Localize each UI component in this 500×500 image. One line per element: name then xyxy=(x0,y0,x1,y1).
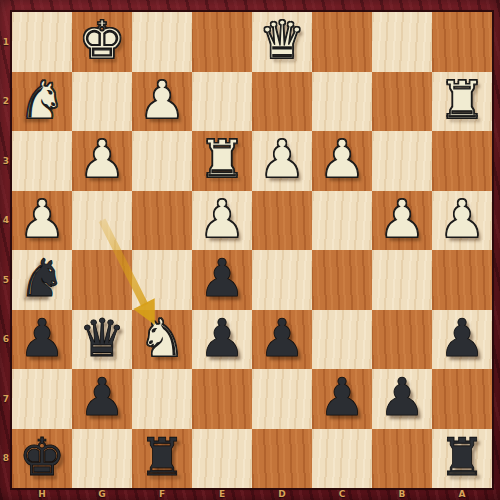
square-h2[interactable]: ♞ xyxy=(12,72,72,132)
square-e1[interactable] xyxy=(192,12,252,72)
piece-white-pawn[interactable]: ♟ xyxy=(132,72,192,132)
file-label-f: F xyxy=(132,488,192,500)
square-a6[interactable]: ♟ xyxy=(432,310,492,370)
square-a4[interactable]: ♟ xyxy=(432,191,492,251)
square-b8[interactable] xyxy=(372,429,432,489)
piece-white-pawn[interactable]: ♟ xyxy=(252,131,312,191)
square-c4[interactable] xyxy=(312,191,372,251)
square-g5[interactable] xyxy=(72,250,132,310)
square-b2[interactable] xyxy=(372,72,432,132)
square-d7[interactable] xyxy=(252,369,312,429)
piece-black-pawn[interactable]: ♟ xyxy=(252,310,312,370)
chess-board: ♚♛♞♟♜♟♜♟♟♟♟♟♟♞♟♟♛♞♟♟♟♟♟♟♚♜♜ xyxy=(12,12,492,488)
file-label-c: C xyxy=(312,488,372,500)
file-label-d: D xyxy=(252,488,312,500)
rank-label-3: 3 xyxy=(0,131,12,191)
piece-white-pawn[interactable]: ♟ xyxy=(192,191,252,251)
piece-white-pawn[interactable]: ♟ xyxy=(12,191,72,251)
square-g3[interactable]: ♟ xyxy=(72,131,132,191)
square-f1[interactable] xyxy=(132,12,192,72)
square-e2[interactable] xyxy=(192,72,252,132)
piece-black-pawn[interactable]: ♟ xyxy=(312,369,372,429)
square-d3[interactable]: ♟ xyxy=(252,131,312,191)
file-label-a: A xyxy=(432,488,492,500)
piece-black-king[interactable]: ♚ xyxy=(12,429,72,489)
piece-white-pawn[interactable]: ♟ xyxy=(72,131,132,191)
square-f4[interactable] xyxy=(132,191,192,251)
square-c5[interactable] xyxy=(312,250,372,310)
rank-label-1: 1 xyxy=(0,12,12,72)
rank-label-5: 5 xyxy=(0,250,12,310)
piece-black-pawn[interactable]: ♟ xyxy=(432,310,492,370)
piece-white-knight[interactable]: ♞ xyxy=(132,310,192,370)
square-b5[interactable] xyxy=(372,250,432,310)
square-e5[interactable]: ♟ xyxy=(192,250,252,310)
piece-black-pawn[interactable]: ♟ xyxy=(72,369,132,429)
square-a2[interactable]: ♜ xyxy=(432,72,492,132)
square-b3[interactable] xyxy=(372,131,432,191)
piece-white-pawn[interactable]: ♟ xyxy=(432,191,492,251)
square-b7[interactable]: ♟ xyxy=(372,369,432,429)
square-d6[interactable]: ♟ xyxy=(252,310,312,370)
square-c1[interactable] xyxy=(312,12,372,72)
square-g6[interactable]: ♛ xyxy=(72,310,132,370)
square-e4[interactable]: ♟ xyxy=(192,191,252,251)
piece-white-king[interactable]: ♚ xyxy=(72,12,132,72)
piece-white-rook[interactable]: ♜ xyxy=(192,131,252,191)
piece-black-pawn[interactable]: ♟ xyxy=(12,310,72,370)
piece-black-pawn[interactable]: ♟ xyxy=(372,369,432,429)
square-a1[interactable] xyxy=(432,12,492,72)
square-b1[interactable] xyxy=(372,12,432,72)
piece-black-rook[interactable]: ♜ xyxy=(432,429,492,489)
square-f6[interactable]: ♞ xyxy=(132,310,192,370)
square-h4[interactable]: ♟ xyxy=(12,191,72,251)
file-label-b: B xyxy=(372,488,432,500)
square-c6[interactable] xyxy=(312,310,372,370)
square-g8[interactable] xyxy=(72,429,132,489)
square-h1[interactable] xyxy=(12,12,72,72)
square-a7[interactable] xyxy=(432,369,492,429)
square-f3[interactable] xyxy=(132,131,192,191)
square-g7[interactable]: ♟ xyxy=(72,369,132,429)
square-c2[interactable] xyxy=(312,72,372,132)
piece-white-knight[interactable]: ♞ xyxy=(12,72,72,132)
square-g1[interactable]: ♚ xyxy=(72,12,132,72)
square-a5[interactable] xyxy=(432,250,492,310)
square-c3[interactable]: ♟ xyxy=(312,131,372,191)
piece-white-queen[interactable]: ♛ xyxy=(252,12,312,72)
piece-black-knight[interactable]: ♞ xyxy=(12,250,72,310)
rank-label-6: 6 xyxy=(0,310,12,370)
square-e6[interactable]: ♟ xyxy=(192,310,252,370)
square-d4[interactable] xyxy=(252,191,312,251)
square-f7[interactable] xyxy=(132,369,192,429)
square-h7[interactable] xyxy=(12,369,72,429)
file-label-h: H xyxy=(12,488,72,500)
piece-black-pawn[interactable]: ♟ xyxy=(192,310,252,370)
square-d2[interactable] xyxy=(252,72,312,132)
square-g4[interactable] xyxy=(72,191,132,251)
square-b6[interactable] xyxy=(372,310,432,370)
square-a8[interactable]: ♜ xyxy=(432,429,492,489)
square-f8[interactable]: ♜ xyxy=(132,429,192,489)
square-h5[interactable]: ♞ xyxy=(12,250,72,310)
rank-label-7: 7 xyxy=(0,369,12,429)
square-e3[interactable]: ♜ xyxy=(192,131,252,191)
square-c8[interactable] xyxy=(312,429,372,489)
file-label-e: E xyxy=(192,488,252,500)
piece-black-rook[interactable]: ♜ xyxy=(132,429,192,489)
square-f5[interactable] xyxy=(132,250,192,310)
square-h3[interactable] xyxy=(12,131,72,191)
chess-board-frame: ♚♛♞♟♜♟♜♟♟♟♟♟♟♞♟♟♛♞♟♟♟♟♟♟♚♜♜ 12345678 HGF… xyxy=(0,0,500,500)
file-label-g: G xyxy=(72,488,132,500)
square-h6[interactable]: ♟ xyxy=(12,310,72,370)
square-g2[interactable] xyxy=(72,72,132,132)
rank-label-8: 8 xyxy=(0,429,12,489)
rank-label-2: 2 xyxy=(0,72,12,132)
square-e7[interactable] xyxy=(192,369,252,429)
square-e8[interactable] xyxy=(192,429,252,489)
piece-white-pawn[interactable]: ♟ xyxy=(372,191,432,251)
square-d1[interactable]: ♛ xyxy=(252,12,312,72)
square-d8[interactable] xyxy=(252,429,312,489)
rank-label-4: 4 xyxy=(0,191,12,251)
square-f2[interactable]: ♟ xyxy=(132,72,192,132)
square-d5[interactable] xyxy=(252,250,312,310)
piece-black-queen[interactable]: ♛ xyxy=(72,310,132,370)
square-b4[interactable]: ♟ xyxy=(372,191,432,251)
piece-white-rook[interactable]: ♜ xyxy=(432,72,492,132)
piece-black-pawn[interactable]: ♟ xyxy=(192,250,252,310)
piece-white-pawn[interactable]: ♟ xyxy=(312,131,372,191)
square-a3[interactable] xyxy=(432,131,492,191)
square-h8[interactable]: ♚ xyxy=(12,429,72,489)
square-c7[interactable]: ♟ xyxy=(312,369,372,429)
